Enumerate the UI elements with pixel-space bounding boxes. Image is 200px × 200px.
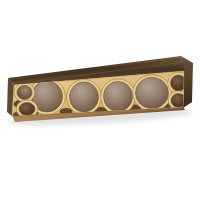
large-pit-2[interactable] [70,82,99,112]
mancala-board [0,0,200,200]
corner-pit-upper-left [17,86,32,100]
product-photo-stage [0,0,200,200]
large-pit-4[interactable] [136,78,169,109]
large-pit-3[interactable] [104,82,133,112]
corner-pit-lower-left [19,103,35,116]
